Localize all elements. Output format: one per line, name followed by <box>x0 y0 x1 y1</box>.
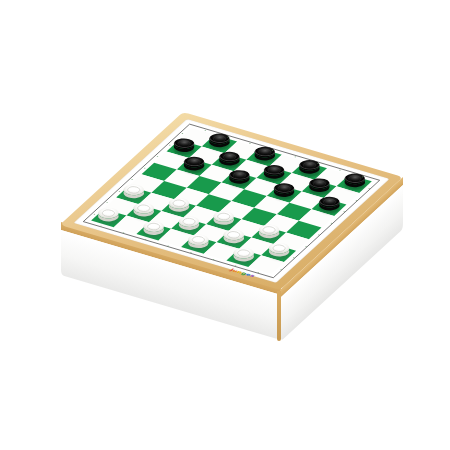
product-photo: Junges Junges <box>0 0 450 450</box>
box-corner-edge <box>277 291 281 341</box>
brand-logo-letter: s <box>249 274 256 279</box>
